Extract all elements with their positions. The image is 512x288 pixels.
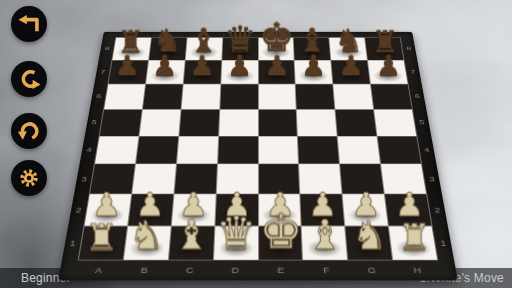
return-arrow-icon <box>16 11 42 37</box>
square-h6[interactable] <box>371 84 412 109</box>
settings-button[interactable] <box>11 160 47 196</box>
square-d4[interactable] <box>218 136 258 164</box>
file-label-f: F <box>303 263 349 277</box>
square-h1[interactable]: ♜ <box>389 227 437 260</box>
file-label-h: H <box>394 263 442 277</box>
undo-move-button[interactable] <box>11 113 47 149</box>
square-g4[interactable] <box>338 136 380 164</box>
board-grid: ♜♞♝♛♚♝♞♜♟♟♟♟♟♟♟♟♟♟♟♟♟♟♟♟♜♞♝♛♚♝♞♜ <box>78 37 439 260</box>
square-e6[interactable] <box>258 84 296 109</box>
file-label-c: C <box>166 263 212 277</box>
chess-board[interactable]: ♜♞♝♛♚♝♞♜♟♟♟♟♟♟♟♟♟♟♟♟♟♟♟♟♜♞♝♛♚♝♞♜ ABCDEFG… <box>58 32 458 281</box>
counterclockwise-curved-arrow-icon <box>16 118 42 144</box>
square-a1[interactable]: ♜ <box>79 227 127 260</box>
square-a4[interactable] <box>95 136 138 164</box>
file-label-b: B <box>121 263 168 277</box>
app-screen: Beginner 1.White's Move ♜♞♝♛♚♝♞♜♟♟♟♟♟♟♟♟… <box>0 0 512 288</box>
square-g5[interactable] <box>336 109 377 135</box>
square-e4[interactable] <box>258 136 298 164</box>
back-button[interactable] <box>11 6 47 42</box>
square-f5[interactable] <box>297 109 337 135</box>
square-f4[interactable] <box>298 136 339 164</box>
clockwise-circular-arrow-icon <box>16 66 42 92</box>
rotate-board-button[interactable] <box>11 61 47 97</box>
square-a6[interactable] <box>104 84 145 109</box>
square-d5[interactable] <box>219 109 258 135</box>
square-f6[interactable] <box>296 84 335 109</box>
file-labels: ABCDEFGH <box>75 263 442 277</box>
file-label-g: G <box>348 263 395 277</box>
square-c6[interactable] <box>181 84 220 109</box>
square-b4[interactable] <box>136 136 178 164</box>
white-rook-piece[interactable]: ♜ <box>384 219 446 254</box>
square-a5[interactable] <box>100 109 142 135</box>
file-label-d: D <box>212 263 258 277</box>
file-label-e: E <box>258 263 304 277</box>
square-c5[interactable] <box>179 109 219 135</box>
square-h4[interactable] <box>378 136 421 164</box>
square-b5[interactable] <box>139 109 180 135</box>
gear-icon <box>16 165 42 191</box>
file-label-a: A <box>75 263 123 277</box>
black-pawn-piece[interactable]: ♟ <box>363 53 414 80</box>
square-h7[interactable]: ♟ <box>368 60 408 83</box>
square-b6[interactable] <box>143 84 183 109</box>
square-e5[interactable] <box>258 109 297 135</box>
square-h5[interactable] <box>374 109 416 135</box>
square-g6[interactable] <box>334 84 374 109</box>
white-rook-piece[interactable]: ♜ <box>71 219 133 254</box>
square-c4[interactable] <box>177 136 218 164</box>
square-d6[interactable] <box>220 84 258 109</box>
